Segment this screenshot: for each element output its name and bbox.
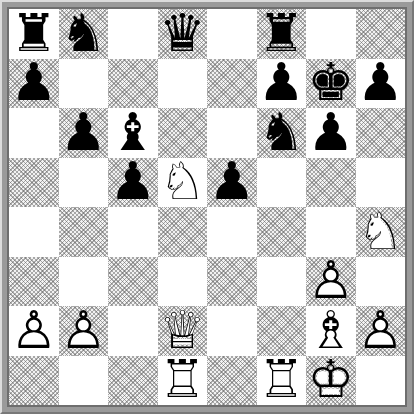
piece-outline-glyph: ♙ — [59, 306, 109, 356]
piece-outline-glyph: ♕ — [158, 306, 208, 356]
piece-white-queen: ♛♕ — [158, 306, 208, 356]
piece-glyph: ♟ — [257, 59, 307, 109]
piece-outline-glyph: ♖ — [257, 356, 307, 406]
piece-glyph: ♟ — [108, 158, 158, 208]
square-a8[interactable]: ♜ — [9, 9, 59, 59]
square-h6[interactable] — [356, 108, 406, 158]
square-c3[interactable] — [108, 257, 158, 307]
piece-glyph: ♟ — [9, 59, 59, 109]
piece-glyph: ♚ — [306, 59, 356, 109]
piece-white-knight: ♞♘ — [158, 158, 208, 208]
square-d2[interactable]: ♛♕ — [158, 306, 208, 356]
square-b4[interactable] — [59, 207, 109, 257]
piece-black-king: ♚ — [306, 59, 356, 109]
square-h3[interactable] — [356, 257, 406, 307]
square-d4[interactable] — [158, 207, 208, 257]
piece-glyph: ♝ — [108, 108, 158, 158]
square-g6[interactable]: ♟ — [306, 108, 356, 158]
piece-black-pawn: ♟ — [356, 59, 406, 109]
piece-glyph: ♟ — [306, 108, 356, 158]
square-e2[interactable] — [207, 306, 257, 356]
square-e5[interactable]: ♟ — [207, 158, 257, 208]
piece-glyph: ♟ — [207, 158, 257, 208]
piece-black-pawn: ♟ — [108, 158, 158, 208]
piece-white-knight: ♞♘ — [356, 207, 406, 257]
piece-black-knight: ♞ — [59, 9, 109, 59]
square-b3[interactable] — [59, 257, 109, 307]
piece-glyph: ♞ — [59, 9, 109, 59]
square-a6[interactable] — [9, 108, 59, 158]
piece-black-pawn: ♟ — [9, 59, 59, 109]
square-c8[interactable] — [108, 9, 158, 59]
board-frame: ♜♞♛♜♟♟♚♟♟♝♞♟♟♞♘♟♞♘♟♙♟♙♟♙♛♕♝♗♟♙♜♖♜♖♚♔ — [0, 0, 414, 414]
square-b1[interactable] — [59, 356, 109, 406]
square-g1[interactable]: ♚♔ — [306, 356, 356, 406]
square-b6[interactable]: ♟ — [59, 108, 109, 158]
square-d3[interactable] — [158, 257, 208, 307]
piece-white-rook: ♜♖ — [158, 356, 208, 406]
piece-outline-glyph: ♘ — [158, 158, 208, 208]
square-e3[interactable] — [207, 257, 257, 307]
square-h2[interactable]: ♟♙ — [356, 306, 406, 356]
piece-white-rook: ♜♖ — [257, 356, 307, 406]
square-a4[interactable] — [9, 207, 59, 257]
piece-outline-glyph: ♖ — [158, 356, 208, 406]
piece-outline-glyph: ♘ — [356, 207, 406, 257]
square-b2[interactable]: ♟♙ — [59, 306, 109, 356]
piece-black-pawn: ♟ — [257, 59, 307, 109]
piece-black-pawn: ♟ — [59, 108, 109, 158]
square-f8[interactable]: ♜ — [257, 9, 307, 59]
square-b5[interactable] — [59, 158, 109, 208]
square-e6[interactable] — [207, 108, 257, 158]
square-a2[interactable]: ♟♙ — [9, 306, 59, 356]
piece-white-pawn: ♟♙ — [59, 306, 109, 356]
square-b7[interactable] — [59, 59, 109, 109]
piece-glyph: ♜ — [257, 9, 307, 59]
piece-white-bishop: ♝♗ — [306, 306, 356, 356]
square-h7[interactable]: ♟ — [356, 59, 406, 109]
square-d7[interactable] — [158, 59, 208, 109]
square-g2[interactable]: ♝♗ — [306, 306, 356, 356]
square-f4[interactable] — [257, 207, 307, 257]
piece-black-queen: ♛ — [158, 9, 208, 59]
square-h8[interactable] — [356, 9, 406, 59]
square-f3[interactable] — [257, 257, 307, 307]
square-e8[interactable] — [207, 9, 257, 59]
square-a3[interactable] — [9, 257, 59, 307]
square-h4[interactable]: ♞♘ — [356, 207, 406, 257]
square-f7[interactable]: ♟ — [257, 59, 307, 109]
square-e1[interactable] — [207, 356, 257, 406]
piece-glyph: ♟ — [356, 59, 406, 109]
square-c4[interactable] — [108, 207, 158, 257]
square-d5[interactable]: ♞♘ — [158, 158, 208, 208]
square-g7[interactable]: ♚ — [306, 59, 356, 109]
piece-white-pawn: ♟♙ — [9, 306, 59, 356]
square-f5[interactable] — [257, 158, 307, 208]
piece-outline-glyph: ♔ — [306, 356, 356, 406]
square-c2[interactable] — [108, 306, 158, 356]
piece-white-pawn: ♟♙ — [356, 306, 406, 356]
chess-board: ♜♞♛♜♟♟♚♟♟♝♞♟♟♞♘♟♞♘♟♙♟♙♟♙♛♕♝♗♟♙♜♖♜♖♚♔ — [7, 7, 407, 407]
piece-glyph: ♛ — [158, 9, 208, 59]
square-f6[interactable]: ♞ — [257, 108, 307, 158]
square-d8[interactable]: ♛ — [158, 9, 208, 59]
square-f2[interactable] — [257, 306, 307, 356]
square-c1[interactable] — [108, 356, 158, 406]
square-d6[interactable] — [158, 108, 208, 158]
piece-outline-glyph: ♙ — [306, 257, 356, 307]
square-b8[interactable]: ♞ — [59, 9, 109, 59]
piece-black-bishop: ♝ — [108, 108, 158, 158]
square-d1[interactable]: ♜♖ — [158, 356, 208, 406]
piece-white-pawn: ♟♙ — [306, 257, 356, 307]
piece-outline-glyph: ♙ — [9, 306, 59, 356]
piece-black-rook: ♜ — [9, 9, 59, 59]
square-c7[interactable] — [108, 59, 158, 109]
square-g4[interactable] — [306, 207, 356, 257]
piece-black-knight: ♞ — [257, 108, 307, 158]
square-a5[interactable] — [9, 158, 59, 208]
square-a7[interactable]: ♟ — [9, 59, 59, 109]
square-g8[interactable] — [306, 9, 356, 59]
piece-black-pawn: ♟ — [207, 158, 257, 208]
square-c5[interactable]: ♟ — [108, 158, 158, 208]
square-g5[interactable] — [306, 158, 356, 208]
square-e4[interactable] — [207, 207, 257, 257]
piece-black-rook: ♜ — [257, 9, 307, 59]
square-c6[interactable]: ♝ — [108, 108, 158, 158]
square-h1[interactable] — [356, 356, 406, 406]
piece-black-pawn: ♟ — [306, 108, 356, 158]
square-e7[interactable] — [207, 59, 257, 109]
piece-glyph: ♞ — [257, 108, 307, 158]
square-f1[interactable]: ♜♖ — [257, 356, 307, 406]
square-g3[interactable]: ♟♙ — [306, 257, 356, 307]
square-a1[interactable] — [9, 356, 59, 406]
piece-glyph: ♟ — [59, 108, 109, 158]
piece-white-king: ♚♔ — [306, 356, 356, 406]
piece-glyph: ♜ — [9, 9, 59, 59]
square-h5[interactable] — [356, 158, 406, 208]
piece-outline-glyph: ♗ — [306, 306, 356, 356]
piece-outline-glyph: ♙ — [356, 306, 406, 356]
